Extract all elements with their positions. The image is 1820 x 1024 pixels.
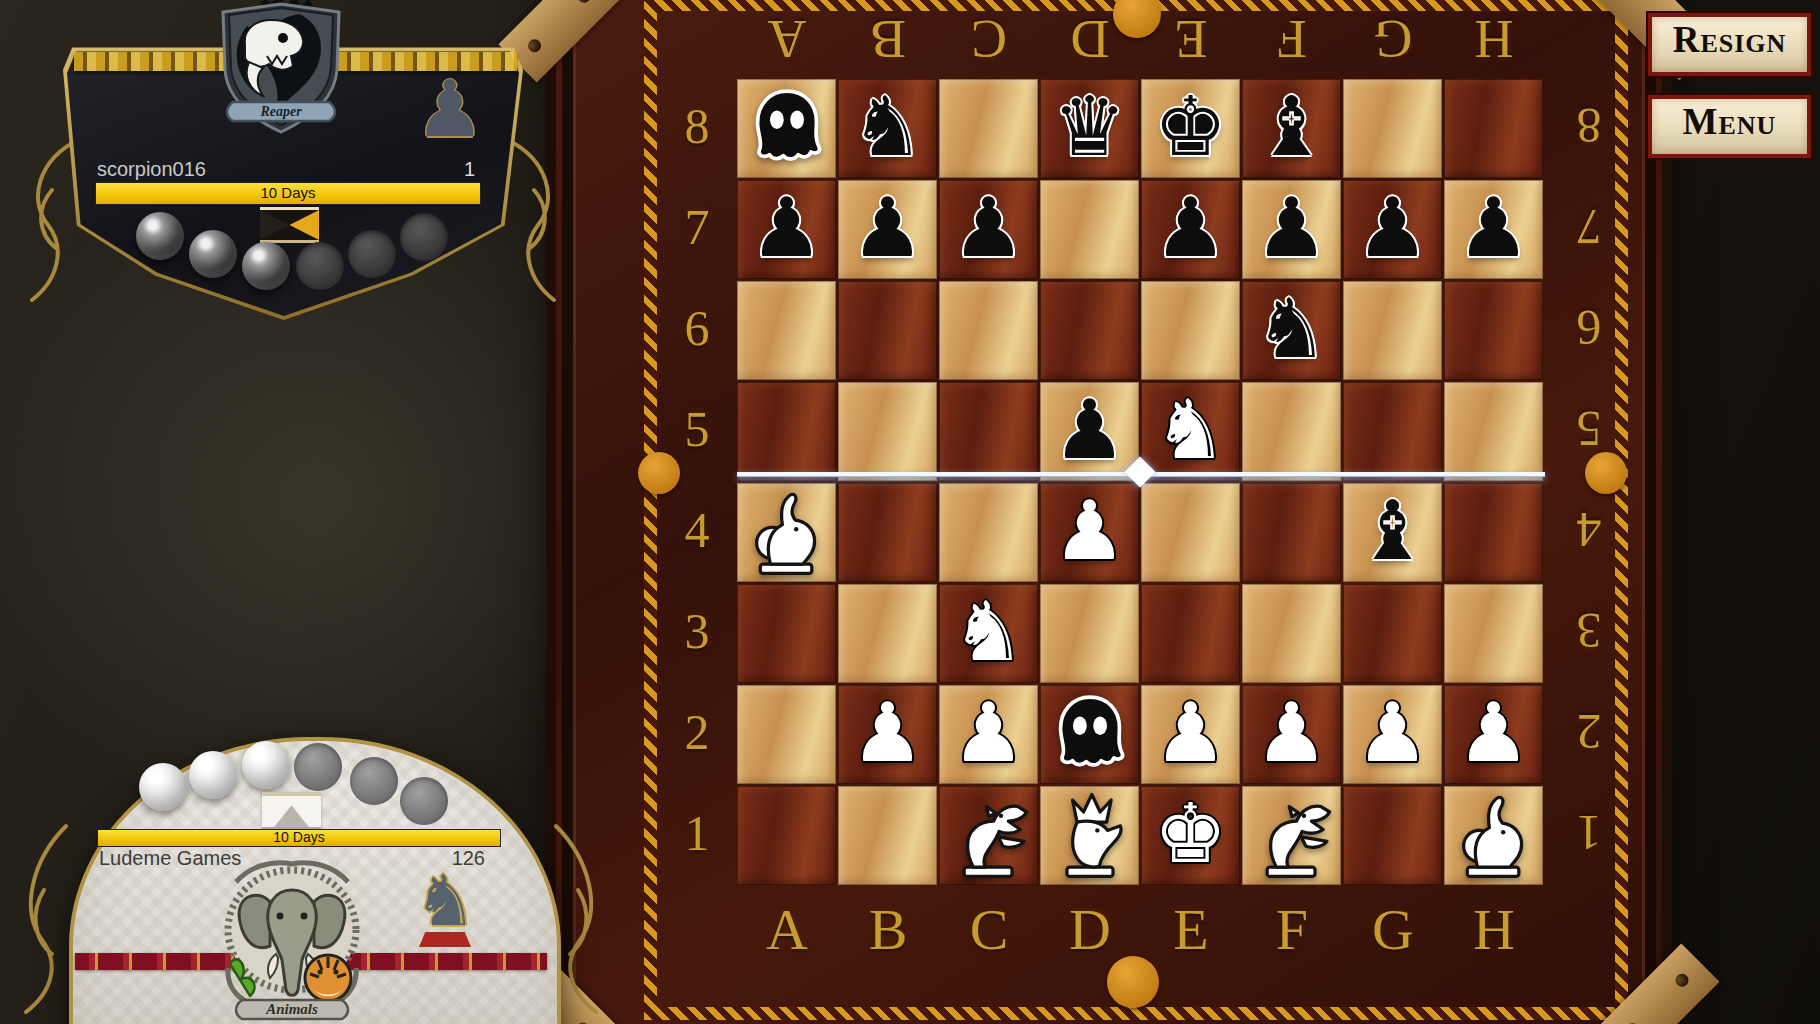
- square-e2[interactable]: ♟: [1141, 685, 1240, 784]
- piece-white-pawn[interactable]: ♟: [1141, 685, 1240, 784]
- square-f1[interactable]: [1242, 786, 1341, 885]
- square-g3[interactable]: [1343, 584, 1442, 683]
- square-a5[interactable]: [737, 382, 836, 481]
- square-e6[interactable]: [1141, 281, 1240, 380]
- piece-white-pawn[interactable]: ♟: [1242, 685, 1341, 784]
- square-f7[interactable]: ♟: [1242, 180, 1341, 279]
- square-d6[interactable]: [1040, 281, 1139, 380]
- square-e8[interactable]: ♚: [1141, 79, 1240, 178]
- square-h4[interactable]: [1444, 483, 1543, 582]
- piece-black-knight[interactable]: ♞: [838, 79, 937, 178]
- piece-white-elephant[interactable]: [741, 486, 833, 578]
- square-a1[interactable]: [737, 786, 836, 885]
- square-b1[interactable]: [838, 786, 937, 885]
- square-f6[interactable]: ♞: [1242, 281, 1341, 380]
- square-e5[interactable]: ♞: [1141, 382, 1240, 481]
- bolt-icon: [575, 0, 593, 5]
- square-b3[interactable]: [838, 584, 937, 683]
- square-c7[interactable]: ♟: [939, 180, 1038, 279]
- piece-black-pawn[interactable]: ♟: [939, 180, 1038, 279]
- hourglass-icon: [262, 792, 321, 831]
- piece-black-bishop[interactable]: ♝: [1343, 483, 1442, 582]
- square-g7[interactable]: ♟: [1343, 180, 1442, 279]
- square-g1[interactable]: [1343, 786, 1442, 885]
- piece-black-bishop[interactable]: ♝: [1242, 79, 1341, 178]
- square-e1[interactable]: ♚: [1141, 786, 1240, 885]
- square-h6[interactable]: [1444, 281, 1543, 380]
- piece-black-pawn[interactable]: ♟: [1444, 180, 1543, 279]
- square-g4[interactable]: ♝: [1343, 483, 1442, 582]
- piece-white-pawn[interactable]: ♟: [838, 685, 937, 784]
- square-a8[interactable]: [737, 79, 836, 178]
- piece-white-tiger[interactable]: [943, 789, 1035, 881]
- resign-button[interactable]: Resign: [1648, 13, 1811, 76]
- piece-black-knight[interactable]: ♞: [1242, 281, 1341, 380]
- duel-stone-empty: [294, 743, 342, 791]
- square-a3[interactable]: [737, 584, 836, 683]
- square-b2[interactable]: ♟: [838, 685, 937, 784]
- square-a6[interactable]: [737, 281, 836, 380]
- square-b5[interactable]: [838, 382, 937, 481]
- bolt-icon: [1623, 1021, 1641, 1024]
- duel-stone-filled: [189, 751, 237, 799]
- army-banner-label: Animals: [265, 1001, 318, 1017]
- bolt-icon: [574, 1020, 592, 1024]
- menu-button[interactable]: Menu: [1648, 95, 1811, 158]
- piece-white-pawn[interactable]: ♟: [1343, 685, 1442, 784]
- piece-black-pawn[interactable]: ♟: [1141, 180, 1240, 279]
- gold-flourish-left: [8, 820, 78, 1020]
- duel-stone-empty: [400, 777, 448, 825]
- square-d7[interactable]: [1040, 180, 1139, 279]
- duel-stone-filled: [136, 212, 184, 260]
- square-f8[interactable]: ♝: [1242, 79, 1341, 178]
- square-h1[interactable]: [1444, 786, 1543, 885]
- square-c8[interactable]: [939, 79, 1038, 178]
- square-d1[interactable]: [1040, 786, 1139, 885]
- square-h3[interactable]: [1444, 584, 1543, 683]
- square-g2[interactable]: ♟: [1343, 685, 1442, 784]
- hourglass-icon: [260, 207, 319, 243]
- edge-dot-bottom: [1107, 956, 1159, 1008]
- square-d3[interactable]: [1040, 584, 1139, 683]
- piece-white-wild[interactable]: ♞: [939, 584, 1038, 683]
- square-h2[interactable]: ♟: [1444, 685, 1543, 784]
- square-a2[interactable]: [737, 685, 836, 784]
- square-c2[interactable]: ♟: [939, 685, 1038, 784]
- square-d2[interactable]: [1040, 685, 1139, 784]
- square-f2[interactable]: ♟: [1242, 685, 1341, 784]
- animals-army-emblem: Animals: [206, 860, 378, 1024]
- piece-black-ghost[interactable]: [741, 82, 833, 174]
- duel-stone-empty: [348, 230, 396, 278]
- square-h8[interactable]: [1444, 79, 1543, 178]
- piece-white-pawn[interactable]: ♟: [1040, 483, 1139, 582]
- timer-bar-black: 10 Days: [95, 182, 481, 205]
- edge-dot-left: [638, 452, 680, 494]
- captured-pawn-icon: ♟: [415, 66, 485, 152]
- square-a4[interactable]: [737, 483, 836, 582]
- square-a7[interactable]: ♟: [737, 180, 836, 279]
- square-c4[interactable]: [939, 483, 1038, 582]
- piece-white-pawn[interactable]: ♟: [939, 685, 1038, 784]
- square-g6[interactable]: [1343, 281, 1442, 380]
- knight-piece-icon: ♞: [414, 871, 476, 947]
- bolt-icon: [1673, 971, 1691, 989]
- duel-stone-filled: [189, 230, 237, 278]
- duel-stone-filled: [139, 763, 187, 811]
- piece-black-pawn[interactable]: ♟: [737, 180, 836, 279]
- square-h7[interactable]: ♟: [1444, 180, 1543, 279]
- duel-stone-empty: [400, 213, 448, 261]
- square-f4[interactable]: [1242, 483, 1341, 582]
- square-e4[interactable]: [1141, 483, 1240, 582]
- piece-black-pawn[interactable]: ♟: [1242, 180, 1341, 279]
- piece-black-pawn[interactable]: ♟: [1343, 180, 1442, 279]
- square-h5[interactable]: [1444, 382, 1543, 481]
- duel-stone-empty: [296, 242, 344, 290]
- square-g8[interactable]: [1343, 79, 1442, 178]
- square-d8[interactable]: ♛: [1040, 79, 1139, 178]
- army-banner-label: Reaper: [259, 104, 302, 119]
- duel-stone-filled: [242, 242, 290, 290]
- piece-black-pawn[interactable]: ♟: [838, 180, 937, 279]
- timer-bar-white: 10 Days: [97, 829, 501, 847]
- piece-black-pawn[interactable]: ♟: [1040, 382, 1139, 481]
- edge-dot-right: [1585, 452, 1627, 494]
- bolt-icon: [1622, 0, 1640, 3]
- square-b7[interactable]: ♟: [838, 180, 937, 279]
- square-c5[interactable]: [939, 382, 1038, 481]
- square-d4[interactable]: ♟: [1040, 483, 1139, 582]
- piece-white-king[interactable]: ♚: [1141, 786, 1240, 885]
- bolt-icon: [525, 37, 543, 55]
- piece-white-tiger[interactable]: [1246, 789, 1338, 881]
- square-e7[interactable]: ♟: [1141, 180, 1240, 279]
- game-screen: ♞♛♚♝♟♟♟♟♟♟♟♞♟♞♟♝♞♟♟♟♟♟♟♚ AABBCCDDEEFFGGH…: [0, 0, 1820, 1024]
- piece-black-reaper[interactable]: ♛: [1040, 79, 1139, 178]
- square-b4[interactable]: [838, 483, 937, 582]
- piece-black-ghost[interactable]: [1044, 688, 1136, 780]
- piece-white-wild[interactable]: ♞: [1141, 382, 1240, 481]
- square-c6[interactable]: [939, 281, 1038, 380]
- duel-stone-empty: [350, 757, 398, 805]
- piece-black-king[interactable]: ♚: [1141, 79, 1240, 178]
- square-c1[interactable]: [939, 786, 1038, 885]
- square-f5[interactable]: [1242, 382, 1341, 481]
- player-score-black: 1: [420, 158, 475, 181]
- square-b6[interactable]: [838, 281, 937, 380]
- piece-white-elephant[interactable]: [1448, 789, 1540, 881]
- piece-white-pawn[interactable]: ♟: [1444, 685, 1543, 784]
- square-c3[interactable]: ♞: [939, 584, 1038, 683]
- piece-white-jungle[interactable]: [1044, 789, 1136, 881]
- square-f3[interactable]: [1242, 584, 1341, 683]
- reaper-army-emblem: Reaper: [203, 0, 359, 156]
- square-d5[interactable]: ♟: [1040, 382, 1139, 481]
- square-b8[interactable]: ♞: [838, 79, 937, 178]
- duel-stone-filled: [242, 741, 290, 789]
- square-e3[interactable]: [1141, 584, 1240, 683]
- player-name-black: scorpion016: [97, 158, 206, 181]
- square-g5[interactable]: [1343, 382, 1442, 481]
